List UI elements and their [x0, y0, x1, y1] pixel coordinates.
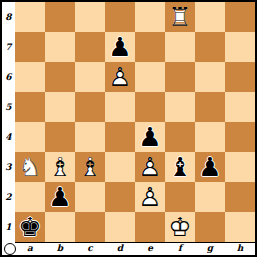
square-a5[interactable] — [15, 92, 45, 122]
white-pawn-outline: ♙ — [105, 62, 135, 92]
chess-diagram: 87654321 ♜♖♟♟♙♟♞♘♝♗♝♗♟♙♝♟♟♟♙♚♚♔ abcdefgh — [0, 0, 257, 257]
square-d1[interactable] — [105, 212, 135, 242]
piece-black-pawn-e4[interactable]: ♟ — [135, 122, 165, 152]
square-e2[interactable]: ♟♙ — [135, 182, 165, 212]
white-king-outline: ♔ — [165, 212, 195, 242]
square-g2[interactable] — [195, 182, 225, 212]
piece-black-king-a1[interactable]: ♚ — [15, 212, 45, 242]
piece-white-rook-f8[interactable]: ♜♖ — [165, 2, 195, 32]
square-c6[interactable] — [75, 62, 105, 92]
white-pawn-outline: ♙ — [135, 152, 165, 182]
square-g7[interactable] — [195, 32, 225, 62]
square-h3[interactable] — [225, 152, 255, 182]
square-h4[interactable] — [225, 122, 255, 152]
square-g8[interactable] — [195, 2, 225, 32]
piece-white-pawn-e3[interactable]: ♟♙ — [135, 152, 165, 182]
square-d6[interactable]: ♟♙ — [105, 62, 135, 92]
square-b6[interactable] — [45, 62, 75, 92]
rank-label-8: 8 — [2, 2, 15, 32]
square-c5[interactable] — [75, 92, 105, 122]
white-bishop-outline: ♗ — [75, 152, 105, 182]
square-h1[interactable] — [225, 212, 255, 242]
square-c4[interactable] — [75, 122, 105, 152]
file-label-h: h — [225, 242, 255, 255]
square-b2[interactable]: ♟ — [45, 182, 75, 212]
rank-label-7: 7 — [2, 32, 15, 62]
piece-white-knight-a3[interactable]: ♞♘ — [15, 152, 45, 182]
square-g4[interactable] — [195, 122, 225, 152]
piece-white-pawn-d6[interactable]: ♟♙ — [105, 62, 135, 92]
square-h6[interactable] — [225, 62, 255, 92]
square-f4[interactable] — [165, 122, 195, 152]
piece-white-bishop-b3[interactable]: ♝♗ — [45, 152, 75, 182]
rank-label-3: 3 — [2, 152, 15, 182]
rank-label-6: 6 — [2, 62, 15, 92]
square-a2[interactable] — [15, 182, 45, 212]
square-d8[interactable] — [105, 2, 135, 32]
square-c7[interactable] — [75, 32, 105, 62]
white-knight-outline: ♘ — [15, 152, 45, 182]
piece-black-pawn-b2[interactable]: ♟ — [45, 182, 75, 212]
square-h5[interactable] — [225, 92, 255, 122]
square-f3[interactable]: ♝ — [165, 152, 195, 182]
file-label-f: f — [165, 242, 195, 255]
square-c2[interactable] — [75, 182, 105, 212]
square-b5[interactable] — [45, 92, 75, 122]
file-label-e: e — [135, 242, 165, 255]
square-e3[interactable]: ♟♙ — [135, 152, 165, 182]
square-a6[interactable] — [15, 62, 45, 92]
square-d7[interactable]: ♟ — [105, 32, 135, 62]
rank-label-5: 5 — [2, 92, 15, 122]
square-d5[interactable] — [105, 92, 135, 122]
file-label-g: g — [195, 242, 225, 255]
white-rook-outline: ♖ — [165, 2, 195, 32]
file-label-a: a — [15, 242, 45, 255]
square-b1[interactable] — [45, 212, 75, 242]
square-a3[interactable]: ♞♘ — [15, 152, 45, 182]
rank-label-1: 1 — [2, 212, 15, 242]
square-c1[interactable] — [75, 212, 105, 242]
rank-label-4: 4 — [2, 122, 15, 152]
square-h2[interactable] — [225, 182, 255, 212]
square-f1[interactable]: ♚♔ — [165, 212, 195, 242]
square-g3[interactable]: ♟ — [195, 152, 225, 182]
square-e6[interactable] — [135, 62, 165, 92]
piece-black-pawn-g3[interactable]: ♟ — [195, 152, 225, 182]
piece-white-bishop-c3[interactable]: ♝♗ — [75, 152, 105, 182]
square-d2[interactable] — [105, 182, 135, 212]
square-f7[interactable] — [165, 32, 195, 62]
square-b7[interactable] — [45, 32, 75, 62]
piece-white-pawn-e2[interactable]: ♟♙ — [135, 182, 165, 212]
file-label-c: c — [75, 242, 105, 255]
white-bishop-outline: ♗ — [45, 152, 75, 182]
square-b3[interactable]: ♝♗ — [45, 152, 75, 182]
square-c3[interactable]: ♝♗ — [75, 152, 105, 182]
square-g1[interactable] — [195, 212, 225, 242]
square-h8[interactable] — [225, 2, 255, 32]
file-label-b: b — [45, 242, 75, 255]
square-h7[interactable] — [225, 32, 255, 62]
square-g6[interactable] — [195, 62, 225, 92]
file-label-d: d — [105, 242, 135, 255]
square-a7[interactable] — [15, 32, 45, 62]
square-f2[interactable] — [165, 182, 195, 212]
square-g5[interactable] — [195, 92, 225, 122]
square-f5[interactable] — [165, 92, 195, 122]
square-e8[interactable] — [135, 2, 165, 32]
square-c8[interactable] — [75, 2, 105, 32]
piece-white-king-f1[interactable]: ♚♔ — [165, 212, 195, 242]
square-a4[interactable] — [15, 122, 45, 152]
piece-black-bishop-f3[interactable]: ♝ — [165, 152, 195, 182]
square-b8[interactable] — [45, 2, 75, 32]
chess-board: ♜♖♟♟♙♟♞♘♝♗♝♗♟♙♝♟♟♟♙♚♚♔ — [15, 2, 255, 242]
bottom-coordinate-strip: abcdefgh — [2, 242, 255, 255]
square-d3[interactable] — [105, 152, 135, 182]
piece-black-pawn-d7[interactable]: ♟ — [105, 32, 135, 62]
square-b4[interactable] — [45, 122, 75, 152]
rank-labels: 87654321 — [2, 2, 15, 242]
square-e5[interactable] — [135, 92, 165, 122]
square-e1[interactable] — [135, 212, 165, 242]
square-f8[interactable]: ♜♖ — [165, 2, 195, 32]
square-d4[interactable] — [105, 122, 135, 152]
square-a8[interactable] — [15, 2, 45, 32]
rank-label-2: 2 — [2, 182, 15, 212]
square-f6[interactable] — [165, 62, 195, 92]
square-e4[interactable]: ♟ — [135, 122, 165, 152]
square-a1[interactable]: ♚ — [15, 212, 45, 242]
white-pawn-outline: ♙ — [135, 182, 165, 212]
square-e7[interactable] — [135, 32, 165, 62]
